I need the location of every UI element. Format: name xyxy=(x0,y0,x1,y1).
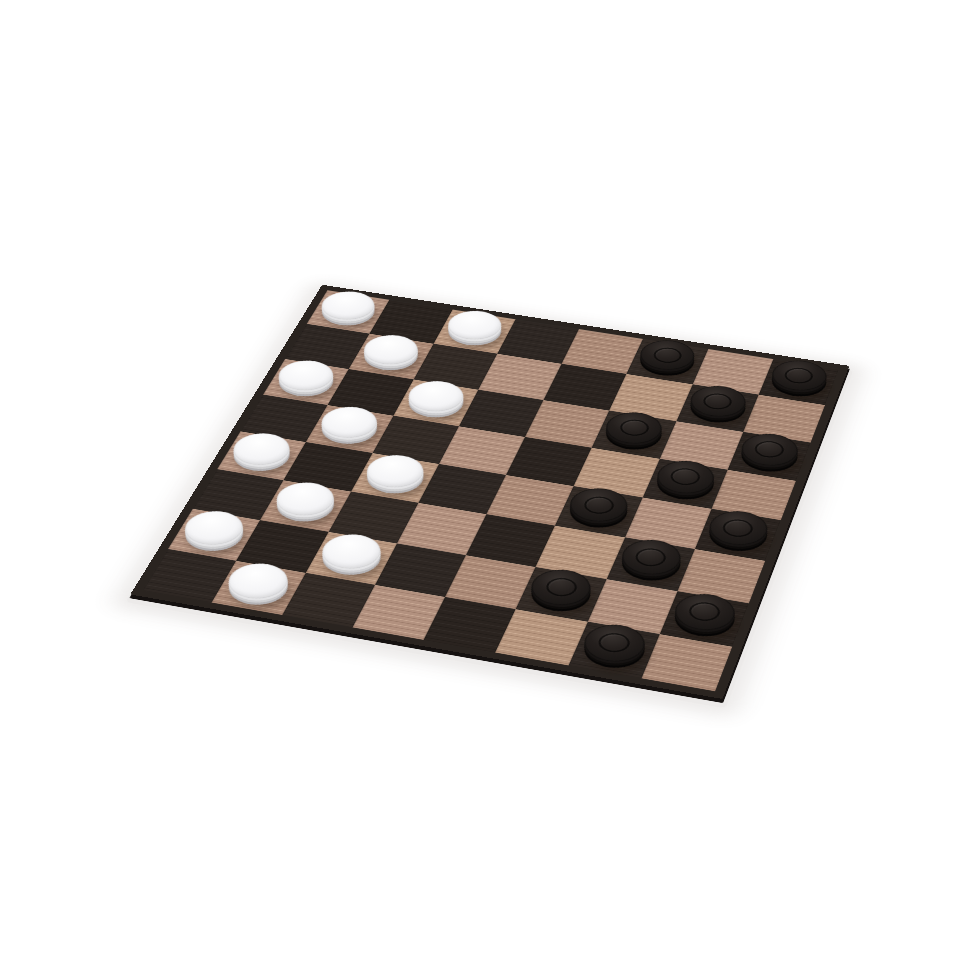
white-checker-piece[interactable] xyxy=(270,486,342,527)
black-checker-piece[interactable] xyxy=(684,389,750,427)
white-checker-piece[interactable] xyxy=(441,314,507,349)
black-checker-piece[interactable] xyxy=(651,464,719,504)
white-checker-piece[interactable] xyxy=(221,566,296,609)
black-checker-piece[interactable] xyxy=(577,627,650,672)
white-checker-piece[interactable] xyxy=(402,384,470,421)
black-checker-piece[interactable] xyxy=(601,415,668,453)
black-checker-piece[interactable] xyxy=(525,572,597,616)
white-checker-piece[interactable] xyxy=(178,514,252,556)
black-checker-piece[interactable] xyxy=(669,596,740,640)
white-checker-piece[interactable] xyxy=(226,436,297,475)
black-checker-piece[interactable] xyxy=(635,343,700,379)
checkers-board xyxy=(130,285,849,699)
black-checker-piece[interactable] xyxy=(767,364,831,401)
white-checker-piece[interactable] xyxy=(272,363,340,400)
white-checker-piece[interactable] xyxy=(315,410,384,448)
black-checker-piece[interactable] xyxy=(736,437,802,476)
white-checker-piece[interactable] xyxy=(358,338,425,374)
white-checker-piece[interactable] xyxy=(315,537,388,579)
black-checker-piece[interactable] xyxy=(615,543,685,586)
white-checker-piece[interactable] xyxy=(315,295,381,330)
board-pieces xyxy=(142,290,838,691)
black-checker-piece[interactable] xyxy=(564,491,633,532)
white-checker-piece[interactable] xyxy=(360,458,430,498)
black-checker-piece[interactable] xyxy=(703,514,772,556)
photo-scene xyxy=(0,0,960,960)
